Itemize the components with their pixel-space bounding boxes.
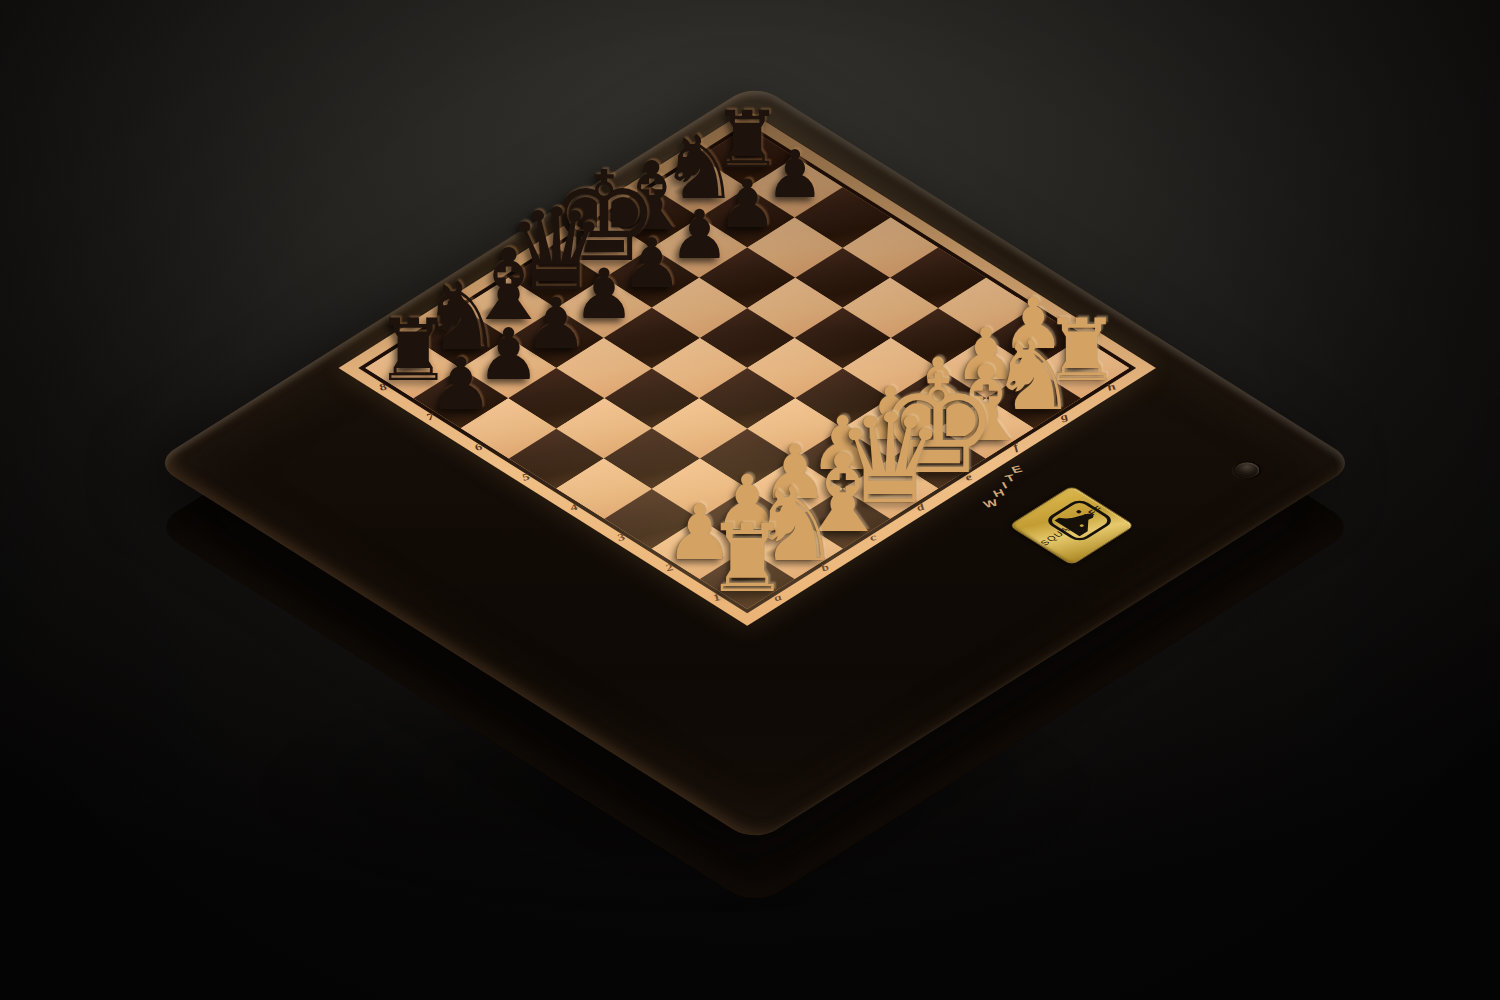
file-label-h: h: [1105, 381, 1119, 393]
file-label-g: g: [1057, 411, 1070, 423]
file-label-e: e: [962, 472, 974, 484]
file-label-f: f: [1011, 442, 1022, 453]
file-label-d: d: [914, 502, 927, 514]
power-button[interactable]: [1230, 459, 1264, 480]
file-label-c: c: [867, 532, 879, 544]
brand-plaque: SQUAREOFF: [1008, 485, 1135, 565]
file-label-a: a: [771, 592, 784, 604]
file-label-b: b: [819, 562, 832, 574]
